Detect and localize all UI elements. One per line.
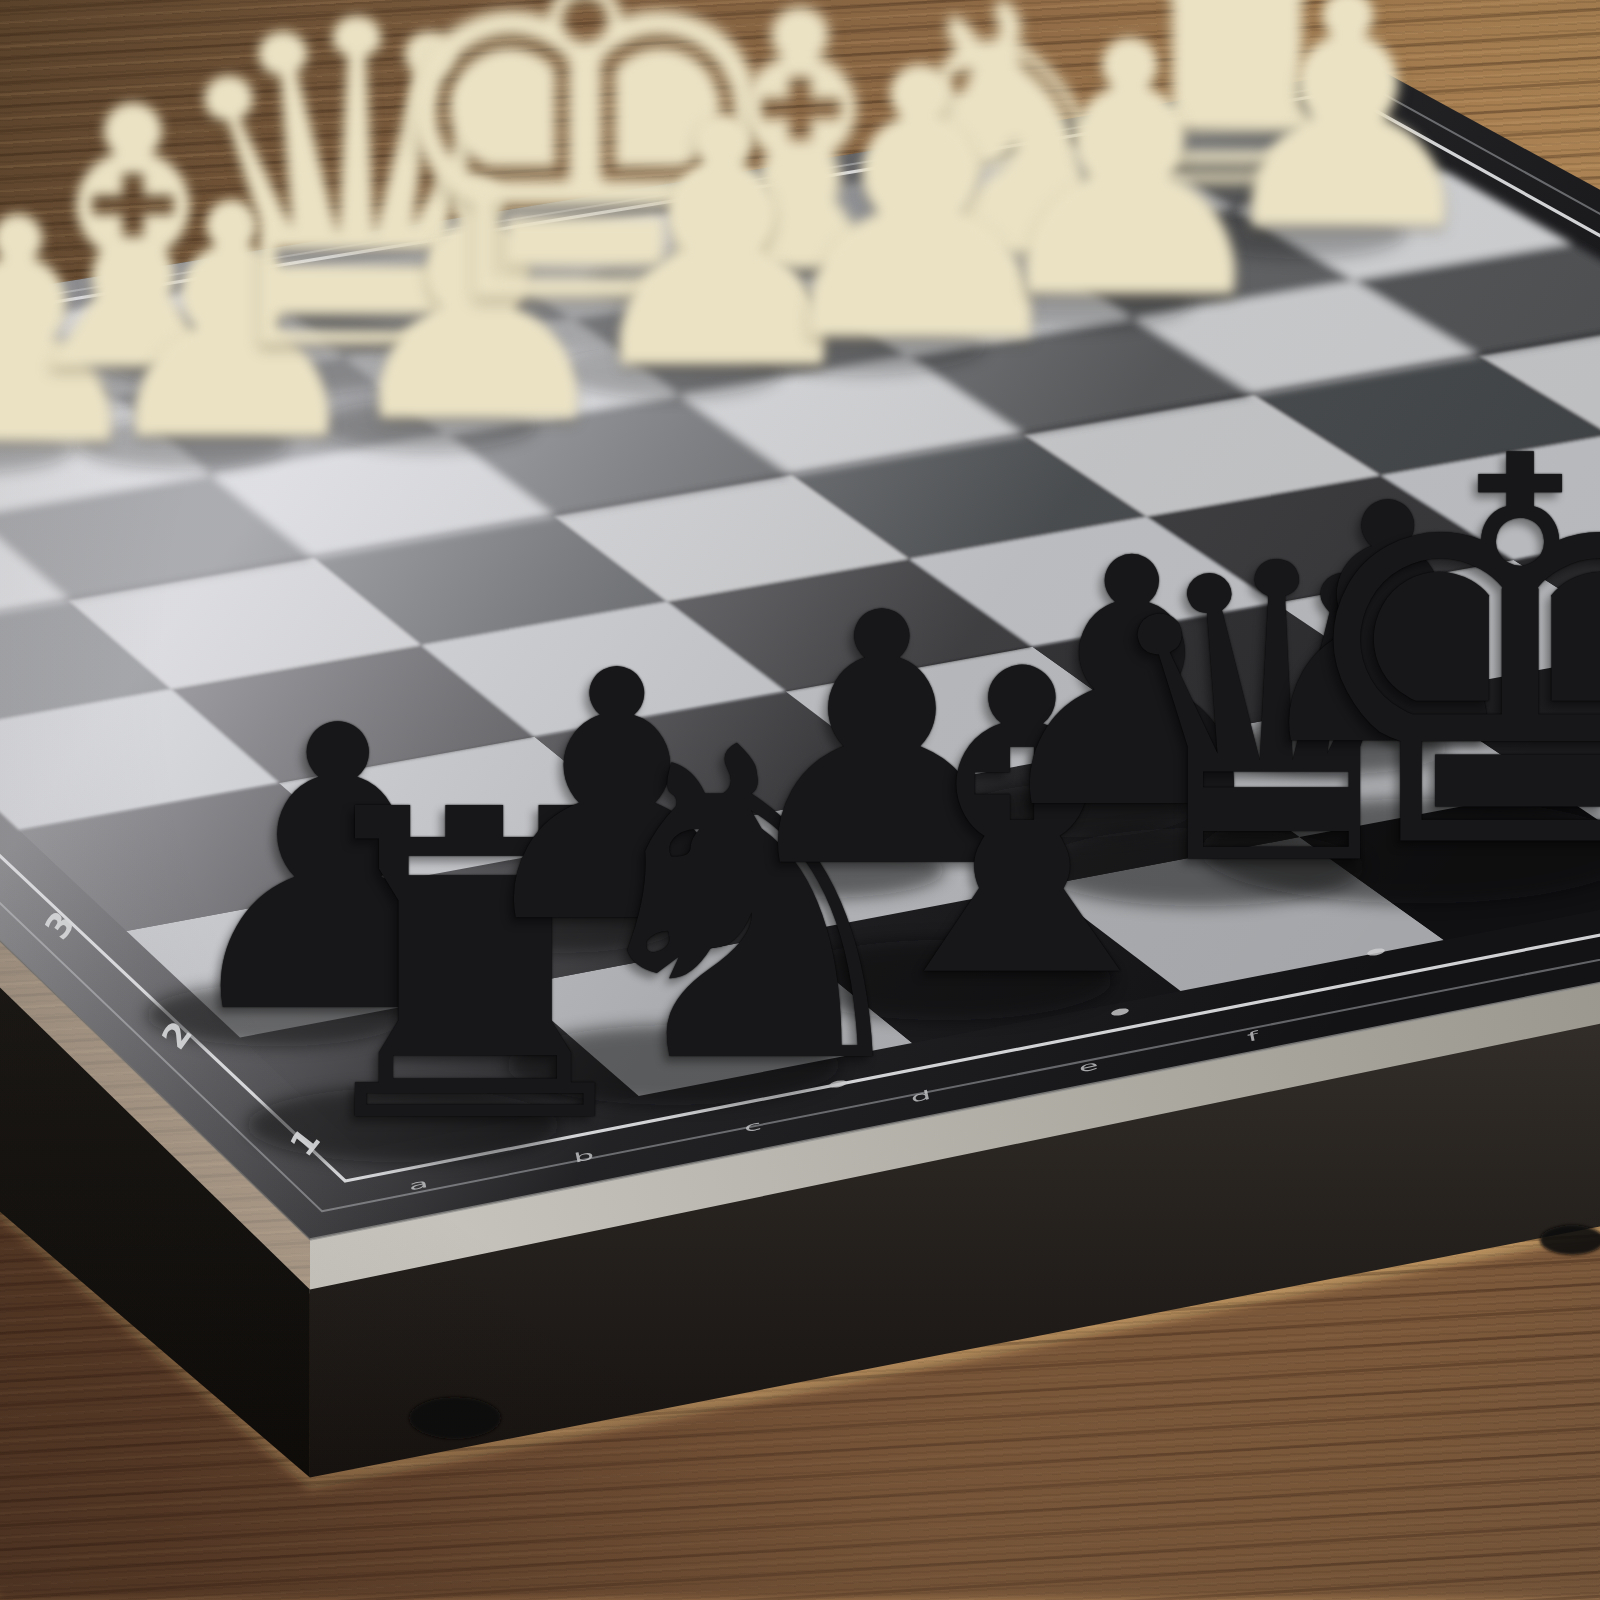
piece-black-king-e1[interactable]: ♚ (1281, 390, 1600, 923)
photo-stage: 321abcdef ♟♝♟♛♟♚♝♟♞♟♜♟♟♟♜♟♞♟♝♟♛♟♚ (0, 0, 1600, 1600)
piece-white-pawn-g7[interactable]: ♟ (1204, 0, 1493, 275)
board-foot (409, 1397, 501, 1439)
